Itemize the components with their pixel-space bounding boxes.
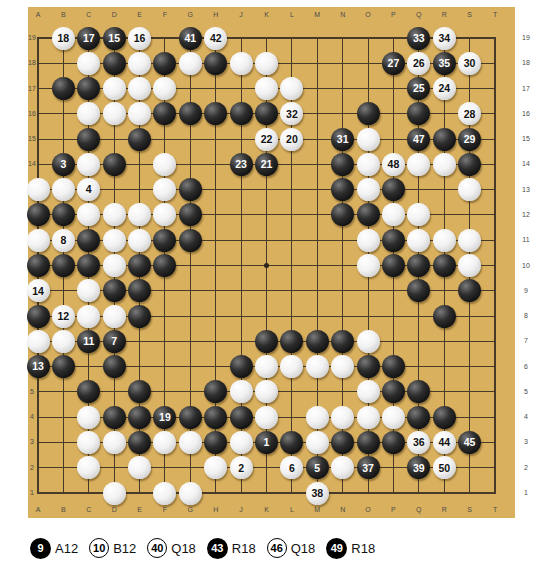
white-stone-A13 — [27, 178, 50, 201]
white-stone-B13 — [52, 178, 75, 201]
white-stone-G18 — [179, 52, 202, 75]
black-stone-P18: 27 — [382, 52, 405, 75]
black-stone-D18 — [103, 52, 126, 75]
row-label-right: 19 — [519, 34, 533, 41]
black-stone-J4 — [230, 406, 253, 429]
white-stone-N4 — [331, 406, 354, 429]
column-label-top: E — [132, 11, 148, 18]
move-number: 34 — [438, 33, 450, 44]
column-label-bottom: J — [233, 506, 249, 513]
white-stone-L16: 32 — [280, 102, 303, 125]
caption-move-10-stone: 10 — [89, 538, 109, 558]
caption-move-46-point: Q18 — [291, 541, 316, 556]
black-stone-Q2: 39 — [407, 456, 430, 479]
white-stone-C8 — [77, 305, 100, 328]
black-stone-E4 — [128, 406, 151, 429]
black-stone-Q4 — [407, 406, 430, 429]
row-label-right: 13 — [519, 186, 533, 193]
caption-move-43-point: R18 — [232, 541, 256, 556]
move-number: 15 — [108, 33, 120, 44]
black-stone-C11 — [77, 229, 100, 252]
white-stone-E2 — [128, 456, 151, 479]
column-label-top: S — [462, 11, 478, 18]
row-label-right: 6 — [519, 363, 533, 370]
move-number: 22 — [261, 134, 273, 145]
black-stone-B17 — [52, 77, 75, 100]
move-number: 12 — [58, 311, 70, 322]
black-stone-N3 — [331, 431, 354, 454]
column-label-top: G — [182, 11, 198, 18]
white-stone-D11 — [103, 229, 126, 252]
white-stone-C2 — [77, 456, 100, 479]
column-label-bottom: O — [360, 506, 376, 513]
row-label-right: 7 — [519, 337, 533, 344]
black-stone-E10 — [128, 254, 151, 277]
black-stone-E9 — [128, 279, 151, 302]
white-stone-E16 — [128, 102, 151, 125]
move-number: 27 — [388, 58, 400, 69]
white-stone-R19: 34 — [433, 27, 456, 50]
white-stone-O4 — [357, 406, 380, 429]
move-number: 38 — [311, 488, 323, 499]
white-stone-O15 — [357, 128, 380, 151]
white-stone-D16 — [103, 102, 126, 125]
black-stone-K7 — [255, 330, 278, 353]
black-stone-K16 — [255, 102, 278, 125]
white-stone-K18 — [255, 52, 278, 75]
go-board: AA19BB18CC17DD16EE15FF14GG13HH12JJ11KK10… — [28, 7, 515, 518]
white-stone-F14 — [153, 153, 176, 176]
white-stone-S10 — [458, 254, 481, 277]
black-stone-Q5 — [407, 380, 430, 403]
white-stone-E11 — [128, 229, 151, 252]
black-stone-N15: 31 — [331, 128, 354, 151]
column-label-top: A — [30, 11, 46, 18]
white-stone-M6 — [306, 355, 329, 378]
black-stone-F4: 19 — [153, 406, 176, 429]
white-stone-F1 — [153, 482, 176, 505]
column-label-bottom: Q — [411, 506, 427, 513]
white-stone-N6 — [331, 355, 354, 378]
white-stone-C18 — [77, 52, 100, 75]
white-stone-M3 — [306, 431, 329, 454]
white-stone-B19: 18 — [52, 27, 75, 50]
move-number: 21 — [261, 159, 273, 170]
row-label-left: 5 — [25, 388, 39, 395]
black-stone-D19: 15 — [103, 27, 126, 50]
white-stone-K15: 22 — [255, 128, 278, 151]
black-stone-N14 — [331, 153, 354, 176]
black-stone-O16 — [357, 102, 380, 125]
white-stone-C12 — [77, 203, 100, 226]
white-stone-Q12 — [407, 203, 430, 226]
move-number: 24 — [438, 83, 450, 94]
move-number: 50 — [438, 463, 450, 474]
move-number: 7 — [111, 336, 117, 347]
move-number: 39 — [413, 463, 425, 474]
move-number: 42 — [210, 33, 222, 44]
black-stone-Q19: 33 — [407, 27, 430, 50]
column-label-top: R — [436, 11, 452, 18]
black-stone-A10 — [27, 254, 50, 277]
column-label-bottom: B — [55, 506, 71, 513]
black-stone-M7 — [306, 330, 329, 353]
row-label-left: 3 — [25, 438, 39, 445]
row-label-right: 14 — [519, 160, 533, 167]
caption-move-40-point: Q18 — [171, 541, 196, 556]
move-number: 31 — [337, 134, 349, 145]
move-number: 23 — [235, 159, 247, 170]
white-stone-G1 — [179, 482, 202, 505]
go-diagram-page: AA19BB18CC17DD16EE15FF14GG13HH12JJ11KK10… — [0, 0, 540, 577]
white-stone-O13 — [357, 178, 380, 201]
white-stone-E19: 16 — [128, 27, 151, 50]
move-number: 28 — [464, 109, 476, 120]
black-stone-B12 — [52, 203, 75, 226]
black-stone-C15 — [77, 128, 100, 151]
white-stone-N2 — [331, 456, 354, 479]
black-stone-G12 — [179, 203, 202, 226]
move-number: 26 — [413, 58, 425, 69]
column-label-bottom: A — [30, 506, 46, 513]
black-stone-L3 — [280, 431, 303, 454]
move-number: 36 — [413, 437, 425, 448]
row-label-left: 17 — [25, 85, 39, 92]
column-label-bottom: L — [284, 506, 300, 513]
black-stone-F11 — [153, 229, 176, 252]
white-stone-F12 — [153, 203, 176, 226]
white-stone-B8: 12 — [52, 305, 75, 328]
column-label-top: N — [335, 11, 351, 18]
black-stone-F16 — [153, 102, 176, 125]
white-stone-D17 — [103, 77, 126, 100]
white-stone-O7 — [357, 330, 380, 353]
column-label-bottom: G — [182, 506, 198, 513]
white-stone-R2: 50 — [433, 456, 456, 479]
white-stone-L2: 6 — [280, 456, 303, 479]
move-number: 44 — [438, 437, 450, 448]
black-stone-K14: 21 — [255, 153, 278, 176]
white-stone-M1: 38 — [306, 482, 329, 505]
row-label-right: 9 — [519, 287, 533, 294]
move-number: 33 — [413, 33, 425, 44]
black-stone-R4 — [433, 406, 456, 429]
black-stone-A6: 13 — [27, 355, 50, 378]
move-number: 11 — [83, 336, 94, 347]
white-stone-D12 — [103, 203, 126, 226]
black-stone-R18: 35 — [433, 52, 456, 75]
caption-move-46-stone: 46 — [267, 538, 287, 558]
white-stone-C3 — [77, 431, 100, 454]
column-label-top: D — [106, 11, 122, 18]
black-stone-M2: 5 — [306, 456, 329, 479]
black-stone-F18 — [153, 52, 176, 75]
caption-move-9-point: A12 — [55, 541, 78, 556]
move-number: 17 — [83, 33, 95, 44]
black-stone-H4 — [204, 406, 227, 429]
move-number: 20 — [286, 134, 298, 145]
white-stone-F3 — [153, 431, 176, 454]
black-stone-H3 — [204, 431, 227, 454]
row-label-right: 1 — [519, 489, 533, 496]
row-label-right: 12 — [519, 211, 533, 218]
black-stone-F10 — [153, 254, 176, 277]
black-stone-P5 — [382, 380, 405, 403]
row-label-right: 18 — [519, 59, 533, 66]
row-label-left: 18 — [25, 59, 39, 66]
white-stone-J18 — [230, 52, 253, 75]
white-stone-C14 — [77, 153, 100, 176]
black-stone-O12 — [357, 203, 380, 226]
black-stone-P10 — [382, 254, 405, 277]
row-label-right: 16 — [519, 110, 533, 117]
column-label-bottom: D — [106, 506, 122, 513]
white-stone-R11 — [433, 229, 456, 252]
white-stone-R14 — [433, 153, 456, 176]
white-stone-H2 — [204, 456, 227, 479]
black-stone-R8 — [433, 305, 456, 328]
move-number: 14 — [32, 286, 44, 297]
black-stone-Q17: 25 — [407, 77, 430, 100]
black-stone-H5 — [204, 380, 227, 403]
row-label-right: 4 — [519, 413, 533, 420]
white-stone-C13: 4 — [77, 178, 100, 201]
column-label-top: T — [487, 11, 503, 18]
row-label-left: 16 — [25, 110, 39, 117]
black-stone-S14 — [458, 153, 481, 176]
white-stone-E17 — [128, 77, 151, 100]
white-stone-F17 — [153, 77, 176, 100]
column-label-bottom: P — [385, 506, 401, 513]
black-stone-S9 — [458, 279, 481, 302]
white-stone-K5 — [255, 380, 278, 403]
white-stone-E12 — [128, 203, 151, 226]
move-number: 19 — [159, 412, 171, 423]
black-stone-D6 — [103, 355, 126, 378]
row-label-right: 10 — [519, 262, 533, 269]
column-label-bottom: F — [157, 506, 173, 513]
black-stone-P11 — [382, 229, 405, 252]
black-stone-P6 — [382, 355, 405, 378]
column-label-bottom: R — [436, 506, 452, 513]
black-stone-P3 — [382, 431, 405, 454]
column-label-top: F — [157, 11, 173, 18]
move-number: 41 — [184, 33, 196, 44]
column-label-top: M — [309, 11, 325, 18]
column-label-bottom: S — [462, 506, 478, 513]
white-stone-B11: 8 — [52, 229, 75, 252]
black-stone-C19: 17 — [77, 27, 100, 50]
black-stone-O2: 37 — [357, 456, 380, 479]
white-stone-S18: 30 — [458, 52, 481, 75]
white-stone-R17: 24 — [433, 77, 456, 100]
row-label-right: 11 — [519, 236, 533, 243]
white-stone-G3 — [179, 431, 202, 454]
row-label-right: 3 — [519, 438, 533, 445]
row-label-left: 2 — [25, 464, 39, 471]
black-stone-A12 — [27, 203, 50, 226]
black-stone-E3 — [128, 431, 151, 454]
black-stone-D14 — [103, 153, 126, 176]
black-stone-C5 — [77, 380, 100, 403]
move-number: 32 — [286, 109, 298, 120]
black-stone-D9 — [103, 279, 126, 302]
caption-move-9-stone: 9 — [30, 538, 51, 559]
white-stone-K4 — [255, 406, 278, 429]
white-stone-M4 — [306, 406, 329, 429]
black-stone-C10 — [77, 254, 100, 277]
row-label-left: 1 — [25, 489, 39, 496]
white-stone-Q14 — [407, 153, 430, 176]
column-label-bottom: M — [309, 506, 325, 513]
white-stone-L17 — [280, 77, 303, 100]
black-stone-L7 — [280, 330, 303, 353]
column-label-bottom: E — [132, 506, 148, 513]
black-stone-N7 — [331, 330, 354, 353]
move-number: 18 — [58, 33, 70, 44]
black-stone-C17 — [77, 77, 100, 100]
column-label-bottom: H — [208, 506, 224, 513]
caption-move-49-stone: 49 — [326, 538, 347, 559]
black-stone-G13 — [179, 178, 202, 201]
black-stone-N13 — [331, 178, 354, 201]
caption-move-40-stone: 40 — [147, 538, 167, 558]
white-stone-D1 — [103, 482, 126, 505]
black-stone-D7: 7 — [103, 330, 126, 353]
white-stone-P14: 48 — [382, 153, 405, 176]
black-stone-H18 — [204, 52, 227, 75]
move-number: 8 — [60, 235, 66, 246]
white-stone-E18 — [128, 52, 151, 75]
caption-move-10-point: B12 — [113, 541, 136, 556]
white-stone-C16 — [77, 102, 100, 125]
move-number: 3 — [60, 159, 66, 170]
black-stone-G4 — [179, 406, 202, 429]
black-stone-J6 — [230, 355, 253, 378]
white-stone-Q11 — [407, 229, 430, 252]
white-stone-H19: 42 — [204, 27, 227, 50]
column-label-bottom: N — [335, 506, 351, 513]
caption-move-49-point: R18 — [351, 541, 375, 556]
move-number: 6 — [289, 463, 295, 474]
black-stone-E15 — [128, 128, 151, 151]
white-stone-S11 — [458, 229, 481, 252]
white-stone-L15: 20 — [280, 128, 303, 151]
move-number: 48 — [388, 159, 400, 170]
move-number: 4 — [86, 184, 92, 195]
black-stone-G16 — [179, 102, 202, 125]
black-stone-J16 — [230, 102, 253, 125]
black-stone-R15 — [433, 128, 456, 151]
black-stone-E5 — [128, 380, 151, 403]
black-stone-E8 — [128, 305, 151, 328]
move-number: 45 — [464, 437, 476, 448]
white-stone-Q3: 36 — [407, 431, 430, 454]
column-label-top: C — [81, 11, 97, 18]
row-label-right: 2 — [519, 464, 533, 471]
black-stone-Q16 — [407, 102, 430, 125]
white-stone-L6 — [280, 355, 303, 378]
column-label-top: B — [55, 11, 71, 18]
white-stone-O11 — [357, 229, 380, 252]
black-stone-S3: 45 — [458, 431, 481, 454]
move-number: 2 — [238, 463, 244, 474]
black-stone-S15: 29 — [458, 128, 481, 151]
white-stone-K17 — [255, 77, 278, 100]
column-label-bottom: C — [81, 506, 97, 513]
white-stone-J2: 2 — [230, 456, 253, 479]
black-stone-G19: 41 — [179, 27, 202, 50]
black-stone-C7: 11 — [77, 330, 100, 353]
white-stone-B7 — [52, 330, 75, 353]
white-stone-J3 — [230, 431, 253, 454]
row-label-right: 17 — [519, 85, 533, 92]
caption-move-43-stone: 43 — [207, 538, 228, 559]
row-label-right: 8 — [519, 312, 533, 319]
white-stone-A7 — [27, 330, 50, 353]
row-label-left: 15 — [25, 135, 39, 142]
grid-line-vertical — [494, 37, 496, 494]
black-stone-Q9 — [407, 279, 430, 302]
white-stone-F13 — [153, 178, 176, 201]
white-stone-O10 — [357, 254, 380, 277]
black-stone-Q15: 47 — [407, 128, 430, 151]
row-label-left: 14 — [25, 160, 39, 167]
white-stone-P4 — [382, 406, 405, 429]
black-stone-G11 — [179, 229, 202, 252]
black-stone-R10 — [433, 254, 456, 277]
black-stone-O6 — [357, 355, 380, 378]
black-stone-K3: 1 — [255, 431, 278, 454]
white-stone-P12 — [382, 203, 405, 226]
white-stone-A9: 14 — [27, 279, 50, 302]
move-number: 29 — [464, 134, 476, 145]
black-stone-B6 — [52, 355, 75, 378]
row-label-left: 19 — [25, 34, 39, 41]
column-label-top: J — [233, 11, 249, 18]
move-number: 16 — [134, 33, 146, 44]
white-stone-A11 — [27, 229, 50, 252]
black-stone-J14: 23 — [230, 153, 253, 176]
white-stone-D10 — [103, 254, 126, 277]
move-number: 5 — [314, 463, 320, 474]
column-label-top: L — [284, 11, 300, 18]
column-label-top: O — [360, 11, 376, 18]
move-number: 35 — [438, 58, 450, 69]
white-stone-O5 — [357, 380, 380, 403]
black-stone-Q10 — [407, 254, 430, 277]
black-stone-P13 — [382, 178, 405, 201]
black-stone-N12 — [331, 203, 354, 226]
black-stone-B10 — [52, 254, 75, 277]
white-stone-O14 — [357, 153, 380, 176]
row-label-right: 15 — [519, 135, 533, 142]
white-stone-D3 — [103, 431, 126, 454]
black-stone-O3 — [357, 431, 380, 454]
black-stone-B14: 3 — [52, 153, 75, 176]
move-number: 30 — [464, 58, 476, 69]
move-number: 13 — [32, 361, 44, 372]
move-number: 1 — [264, 437, 270, 448]
white-stone-S16: 28 — [458, 102, 481, 125]
row-label-left: 4 — [25, 413, 39, 420]
star-point — [264, 263, 269, 268]
move-number: 25 — [413, 83, 425, 94]
white-stone-J5 — [230, 380, 253, 403]
column-label-top: Q — [411, 11, 427, 18]
black-stone-A8 — [27, 305, 50, 328]
move-number: 37 — [362, 463, 374, 474]
